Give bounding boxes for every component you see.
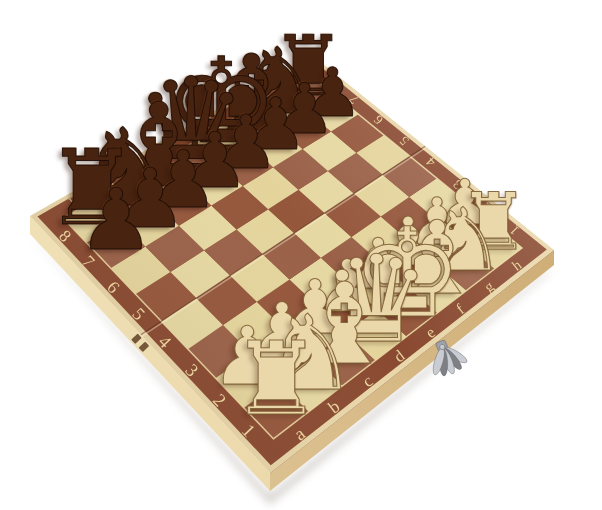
piece-white-rook-a1[interactable]: ♜ (231, 329, 322, 431)
chess-set-photo: aa11bb22cc33dd44ee55ff66gg77hh88 ♜♞♟♝♟♚♟… (0, 0, 602, 510)
piece-black-pawn-a7[interactable]: ♟ (78, 177, 154, 262)
